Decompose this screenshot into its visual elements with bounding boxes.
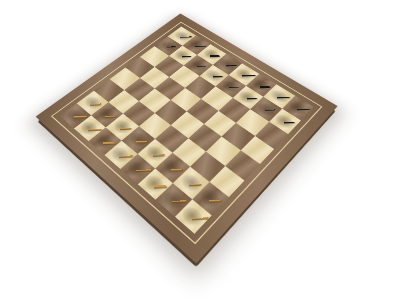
- camera-tilt-wrapper: ♜♞♝♛♚♝♞♜♟♟♟♟♟♟♟♟♟♟♟♟♟♟♟♟♜♞♝♛♚♝♞♜: [0, 0, 400, 300]
- chess-set-photo: ♜♞♝♛♚♝♞♜♟♟♟♟♟♟♟♟♟♟♟♟♟♟♟♟♜♞♝♛♚♝♞♜: [0, 0, 400, 300]
- perspective-scene: ♜♞♝♛♚♝♞♜♟♟♟♟♟♟♟♟♟♟♟♟♟♟♟♟♜♞♝♛♚♝♞♜: [0, 0, 400, 300]
- chess-board: ♜♞♝♛♚♝♞♜♟♟♟♟♟♟♟♟♟♟♟♟♟♟♟♟♜♞♝♛♚♝♞♜: [35, 13, 337, 263]
